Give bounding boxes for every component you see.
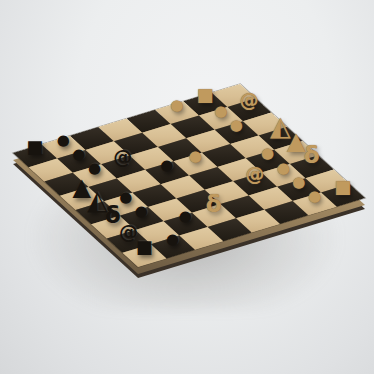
piece-white-rook-h1[interactable]: ■ xyxy=(328,161,358,195)
piece-white-pawn-a3[interactable]: ● xyxy=(162,79,192,113)
piece-black-pawn-d5[interactable]: ● xyxy=(152,139,182,173)
piece-white-knight-f3[interactable]: @ xyxy=(240,150,270,184)
piece-black-rook-h8[interactable]: ■ xyxy=(129,222,159,256)
piece-black-pawn-h7[interactable]: ● xyxy=(158,213,188,247)
piece-white-pawn-d4[interactable]: ● xyxy=(180,130,210,164)
piece-white-pawn-h2[interactable]: ● xyxy=(300,170,330,204)
piece-white-bishop-g5[interactable]: δ xyxy=(199,181,229,215)
piece-black-knight-c6[interactable]: @ xyxy=(108,133,138,167)
product-photo-scene: @◭▲δ■■●●●●●●●@●●δ@●●●●●●●■▲◭δ@■ xyxy=(0,0,374,374)
piece-white-pawn-c2[interactable]: ● xyxy=(221,99,251,133)
piece-black-rook-a8[interactable]: ■ xyxy=(20,122,50,156)
